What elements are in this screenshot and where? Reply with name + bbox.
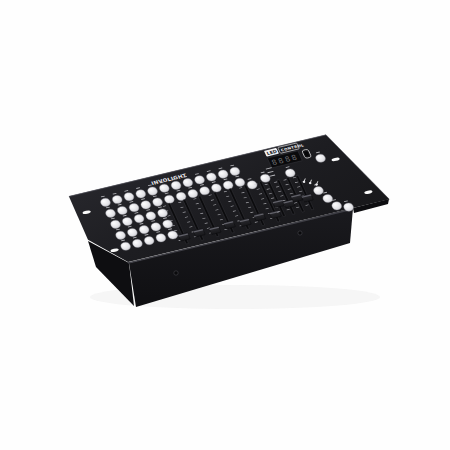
screw — [174, 271, 178, 275]
dmx-controller-photo: INVOLIGHT LED CONTROL 8888 — [0, 0, 450, 450]
screw — [298, 231, 302, 235]
product-photo-canvas: INVOLIGHT LED CONTROL 8888 — [0, 0, 450, 450]
